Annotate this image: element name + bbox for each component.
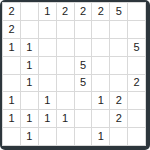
cell-r3c6-empty[interactable] xyxy=(92,39,109,56)
cell-r8c1-empty[interactable] xyxy=(3,128,20,145)
cell-r3c4-empty[interactable] xyxy=(57,39,74,56)
cell-r5c5-clue[interactable]: 5 xyxy=(75,75,92,92)
cell-r5c3-empty[interactable] xyxy=(39,75,56,92)
cell-r6c6-clue[interactable]: 1 xyxy=(92,92,109,109)
cell-r8c6-clue[interactable]: 1 xyxy=(92,128,109,145)
cell-r7c2-clue[interactable]: 1 xyxy=(21,110,38,127)
cell-r2c4-empty[interactable] xyxy=(57,21,74,38)
cell-r5c1-empty[interactable] xyxy=(3,75,20,92)
cell-r3c3-empty[interactable] xyxy=(39,39,56,56)
cell-r4c3-empty[interactable] xyxy=(39,57,56,74)
cell-r5c6-empty[interactable] xyxy=(92,75,109,92)
cell-r6c4-empty[interactable] xyxy=(57,92,74,109)
cell-r5c7-empty[interactable] xyxy=(110,75,127,92)
cell-r4c2-clue[interactable]: 1 xyxy=(21,57,38,74)
cell-r3c5-empty[interactable] xyxy=(75,39,92,56)
cell-r2c3-empty[interactable] xyxy=(39,21,56,38)
cell-r1c4-clue[interactable]: 2 xyxy=(57,3,74,20)
cell-r8c8-empty[interactable] xyxy=(128,128,145,145)
cell-r8c3-empty[interactable] xyxy=(39,128,56,145)
cell-r2c6-empty[interactable] xyxy=(92,21,109,38)
cell-r3c2-clue[interactable]: 1 xyxy=(21,39,38,56)
puzzle-grid: 21222521151515211121111211 xyxy=(2,2,146,146)
cell-r2c2-empty[interactable] xyxy=(21,21,38,38)
cell-r7c6-empty[interactable] xyxy=(92,110,109,127)
cell-r4c1-empty[interactable] xyxy=(3,57,20,74)
cell-r6c7-clue[interactable]: 2 xyxy=(110,92,127,109)
cell-r1c6-clue[interactable]: 2 xyxy=(92,3,109,20)
cell-r7c4-clue[interactable]: 1 xyxy=(57,110,74,127)
cell-r1c8-empty[interactable] xyxy=(128,3,145,20)
cell-r1c5-clue[interactable]: 2 xyxy=(75,3,92,20)
cell-r5c4-empty[interactable] xyxy=(57,75,74,92)
cell-r2c8-empty[interactable] xyxy=(128,21,145,38)
cell-r1c3-clue[interactable]: 1 xyxy=(39,3,56,20)
cell-r4c5-clue[interactable]: 5 xyxy=(75,57,92,74)
cell-r7c5-empty[interactable] xyxy=(75,110,92,127)
cell-r8c4-empty[interactable] xyxy=(57,128,74,145)
cell-r2c1-clue[interactable]: 2 xyxy=(3,21,20,38)
cell-r7c1-clue[interactable]: 1 xyxy=(3,110,20,127)
cell-r6c1-clue[interactable]: 1 xyxy=(3,92,20,109)
cell-r8c2-clue[interactable]: 1 xyxy=(21,128,38,145)
cell-r4c6-empty[interactable] xyxy=(92,57,109,74)
cell-r1c2-empty[interactable] xyxy=(21,3,38,20)
cell-r1c1-clue[interactable]: 2 xyxy=(3,3,20,20)
cell-r4c8-empty[interactable] xyxy=(128,57,145,74)
cell-r8c7-empty[interactable] xyxy=(110,128,127,145)
cell-r4c7-empty[interactable] xyxy=(110,57,127,74)
cell-r5c2-clue[interactable]: 1 xyxy=(21,75,38,92)
cell-r2c5-empty[interactable] xyxy=(75,21,92,38)
cell-r7c8-empty[interactable] xyxy=(128,110,145,127)
cell-r5c8-clue[interactable]: 2 xyxy=(128,75,145,92)
cell-r6c5-empty[interactable] xyxy=(75,92,92,109)
cell-r3c7-empty[interactable] xyxy=(110,39,127,56)
cell-r3c1-clue[interactable]: 1 xyxy=(3,39,20,56)
cell-r4c4-empty[interactable] xyxy=(57,57,74,74)
cell-r3c8-clue[interactable]: 5 xyxy=(128,39,145,56)
cell-r7c7-clue[interactable]: 2 xyxy=(110,110,127,127)
cell-r8c5-empty[interactable] xyxy=(75,128,92,145)
cell-r2c7-empty[interactable] xyxy=(110,21,127,38)
cell-r6c3-clue[interactable]: 1 xyxy=(39,92,56,109)
cell-r6c2-empty[interactable] xyxy=(21,92,38,109)
cell-r6c8-empty[interactable] xyxy=(128,92,145,109)
puzzle-board: 21222521151515211121111211 xyxy=(0,0,150,150)
cell-r7c3-clue[interactable]: 1 xyxy=(39,110,56,127)
cell-r1c7-clue[interactable]: 5 xyxy=(110,3,127,20)
